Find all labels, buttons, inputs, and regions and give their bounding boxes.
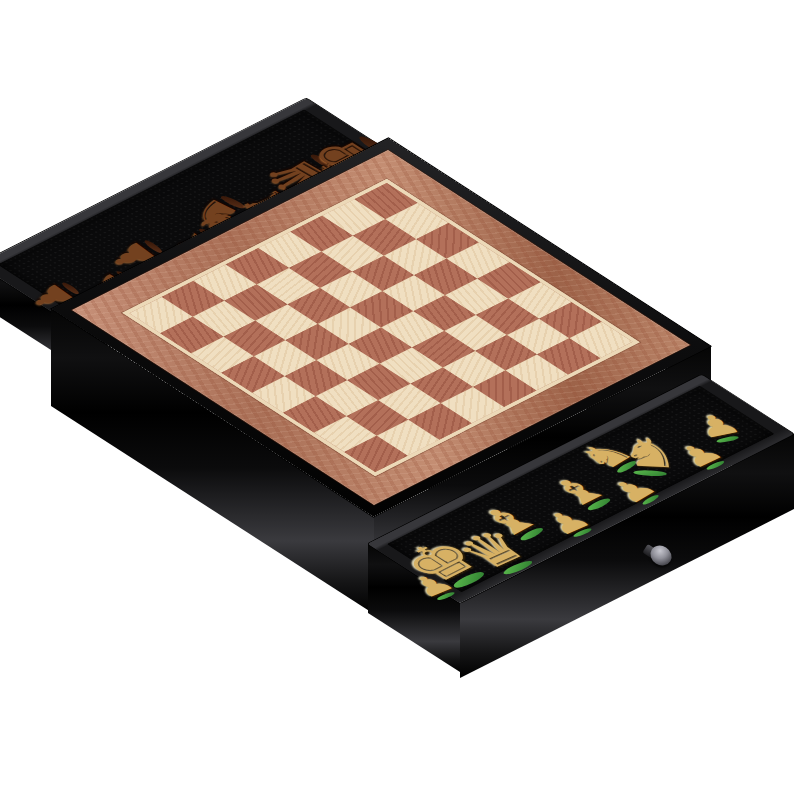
chess-piece-knight: ♞ [620,434,680,478]
bishop-glyph: ♝ [540,469,616,513]
pawn-glyph: ♟ [604,473,664,508]
drawer-knob [634,538,674,572]
product-photo-scene: ♟♟♟♝♞♜♛♚♟♞♝♟♜ ♟♚♛♝♟♝♟♞♞♟♟ [0,0,800,800]
